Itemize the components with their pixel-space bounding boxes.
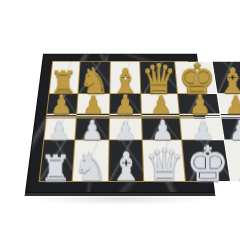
- square-e8: ♚: [175, 62, 216, 94]
- silver-bishop: ♝: [231, 149, 240, 187]
- square-a7: ♟: [47, 94, 77, 113]
- square-a2: ♟: [44, 118, 75, 139]
- square-c1: ♝: [109, 140, 144, 181]
- square-b1: ♞: [72, 140, 108, 181]
- silver-queen: ♛: [145, 143, 185, 188]
- square-d2: ♟: [142, 118, 181, 139]
- square-d8: ♛: [141, 62, 178, 94]
- square-c2: ♟: [110, 118, 143, 139]
- square-d7: ♟: [142, 94, 179, 113]
- chess-scene: ♜♞♝♛♚♝♞♜♟♟♟♟♟♟♟♟♟♟♟♟♟♟♟♟♜♞♝♛♚♝♞♜: [0, 0, 240, 240]
- square-b2: ♟: [75, 118, 109, 139]
- square-c8: ♝: [110, 62, 140, 94]
- board-grid: ♜♞♝♛♚♝♞♜♟♟♟♟♟♟♟♟♟♟♟♟♟♟♟♟♜♞♝♛♚♝♞♜: [39, 61, 202, 182]
- square-a1: ♜: [40, 140, 74, 181]
- silver-rook: ♜: [40, 151, 72, 186]
- square-d1: ♛: [143, 140, 185, 181]
- square-f2: ♟: [221, 118, 240, 139]
- square-e7: ♟: [178, 94, 219, 113]
- chess-board: ♜♞♝♛♚♝♞♜♟♟♟♟♟♟♟♟♟♟♟♟♟♟♟♟♜♞♝♛♚♝♞♜: [25, 54, 215, 193]
- silver-bishop: ♝: [109, 149, 144, 187]
- marble-board-frame: ♜♞♝♛♚♝♞♜♟♟♟♟♟♟♟♟♟♟♟♟♟♟♟♟♜♞♝♛♚♝♞♜: [25, 54, 215, 193]
- silver-king: ♚: [186, 140, 229, 188]
- product-photo: ♜♞♝♛♚♝♞♜♟♟♟♟♟♟♟♟♟♟♟♟♟♟♟♟♜♞♝♛♚♝♞♜: [0, 0, 240, 240]
- square-e1: ♚: [182, 140, 229, 181]
- square-b8: ♞: [78, 62, 110, 94]
- silver-knight: ♞: [72, 148, 107, 188]
- square-f8: ♝: [212, 62, 240, 94]
- square-f7: ♟: [217, 94, 240, 113]
- gold-rook: ♜: [50, 67, 78, 98]
- square-e2: ♟: [180, 118, 223, 139]
- square-a8: ♜: [50, 62, 80, 94]
- board-shadow: [32, 193, 208, 205]
- square-c7: ♟: [110, 94, 141, 113]
- square-b7: ♟: [77, 94, 109, 113]
